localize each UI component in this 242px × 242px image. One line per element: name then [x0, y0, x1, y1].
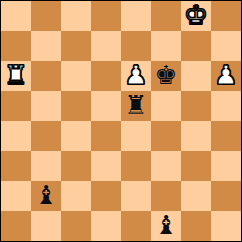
square-c1[interactable] — [61, 211, 91, 241]
square-f8[interactable] — [151, 1, 181, 31]
square-f6[interactable]: ♚ — [151, 61, 181, 91]
square-e1[interactable] — [121, 211, 151, 241]
square-g8[interactable]: ♚ — [181, 1, 211, 31]
white-pawn[interactable]: ♟ — [214, 62, 237, 88]
square-d5[interactable] — [91, 91, 121, 121]
square-a1[interactable] — [1, 211, 31, 241]
square-h7[interactable] — [211, 31, 241, 61]
square-f5[interactable] — [151, 91, 181, 121]
square-c4[interactable] — [61, 121, 91, 151]
white-king[interactable]: ♚ — [184, 2, 207, 28]
square-h4[interactable] — [211, 121, 241, 151]
square-g5[interactable] — [181, 91, 211, 121]
square-h3[interactable] — [211, 151, 241, 181]
square-b3[interactable] — [31, 151, 61, 181]
square-f7[interactable] — [151, 31, 181, 61]
square-g3[interactable] — [181, 151, 211, 181]
square-a8[interactable] — [1, 1, 31, 31]
square-e7[interactable] — [121, 31, 151, 61]
square-c6[interactable] — [61, 61, 91, 91]
square-f4[interactable] — [151, 121, 181, 151]
square-g6[interactable] — [181, 61, 211, 91]
square-c3[interactable] — [61, 151, 91, 181]
white-rook[interactable]: ♜ — [4, 62, 27, 88]
square-g7[interactable] — [181, 31, 211, 61]
square-b4[interactable] — [31, 121, 61, 151]
square-d7[interactable] — [91, 31, 121, 61]
white-pawn[interactable]: ♟ — [124, 62, 147, 88]
square-h8[interactable] — [211, 1, 241, 31]
square-f1[interactable]: ♝ — [151, 211, 181, 241]
square-d1[interactable] — [91, 211, 121, 241]
square-h5[interactable] — [211, 91, 241, 121]
square-h1[interactable] — [211, 211, 241, 241]
black-bishop[interactable]: ♝ — [34, 182, 57, 208]
square-b5[interactable] — [31, 91, 61, 121]
square-a4[interactable] — [1, 121, 31, 151]
square-e6[interactable]: ♟ — [121, 61, 151, 91]
square-a6[interactable]: ♜ — [1, 61, 31, 91]
square-d8[interactable] — [91, 1, 121, 31]
black-king[interactable]: ♚ — [154, 62, 177, 88]
chess-board: ♚♜♟♚♟♜♝♝ — [0, 0, 242, 242]
square-a3[interactable] — [1, 151, 31, 181]
square-g4[interactable] — [181, 121, 211, 151]
square-b6[interactable] — [31, 61, 61, 91]
black-bishop[interactable]: ♝ — [154, 212, 177, 238]
square-e3[interactable] — [121, 151, 151, 181]
black-rook[interactable]: ♜ — [124, 92, 147, 118]
square-c8[interactable] — [61, 1, 91, 31]
square-c2[interactable] — [61, 181, 91, 211]
square-b8[interactable] — [31, 1, 61, 31]
square-a5[interactable] — [1, 91, 31, 121]
square-f2[interactable] — [151, 181, 181, 211]
square-b7[interactable] — [31, 31, 61, 61]
square-h2[interactable] — [211, 181, 241, 211]
square-d3[interactable] — [91, 151, 121, 181]
square-a2[interactable] — [1, 181, 31, 211]
square-e5[interactable]: ♜ — [121, 91, 151, 121]
square-g2[interactable] — [181, 181, 211, 211]
square-e4[interactable] — [121, 121, 151, 151]
square-f3[interactable] — [151, 151, 181, 181]
square-b1[interactable] — [31, 211, 61, 241]
square-d4[interactable] — [91, 121, 121, 151]
square-e8[interactable] — [121, 1, 151, 31]
square-g1[interactable] — [181, 211, 211, 241]
square-a7[interactable] — [1, 31, 31, 61]
square-e2[interactable] — [121, 181, 151, 211]
square-c5[interactable] — [61, 91, 91, 121]
square-b2[interactable]: ♝ — [31, 181, 61, 211]
square-d6[interactable] — [91, 61, 121, 91]
square-c7[interactable] — [61, 31, 91, 61]
square-h6[interactable]: ♟ — [211, 61, 241, 91]
square-d2[interactable] — [91, 181, 121, 211]
